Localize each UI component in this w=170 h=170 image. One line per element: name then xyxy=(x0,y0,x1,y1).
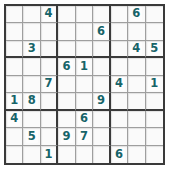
cell-r8c1[interactable] xyxy=(6,128,23,145)
cell-r4c8[interactable] xyxy=(128,58,145,75)
cell-r6c8[interactable] xyxy=(128,93,145,110)
cell-r2c9[interactable] xyxy=(146,23,163,40)
cell-r5c4[interactable] xyxy=(58,76,75,93)
given-digit: 4 xyxy=(8,112,20,126)
cell-r3c8[interactable]: 4 xyxy=(128,41,145,58)
cell-r8c7[interactable] xyxy=(111,128,128,145)
cell-r7c6[interactable] xyxy=(93,111,110,128)
given-digit: 4 xyxy=(130,42,142,56)
cell-r8c2[interactable]: 5 xyxy=(23,128,40,145)
cell-r1c3[interactable]: 4 xyxy=(41,6,58,23)
cell-r1c6[interactable] xyxy=(93,6,110,23)
cell-r3c3[interactable] xyxy=(41,41,58,58)
cell-r7c3[interactable] xyxy=(41,111,58,128)
cell-r7c2[interactable] xyxy=(23,111,40,128)
cell-r6c4[interactable] xyxy=(58,93,75,110)
given-digit: 1 xyxy=(8,94,20,108)
cell-r4c4[interactable]: 6 xyxy=(58,58,75,75)
cell-r4c9[interactable] xyxy=(146,58,163,75)
cell-r4c6[interactable] xyxy=(93,58,110,75)
cell-r3c5[interactable] xyxy=(76,41,93,58)
cell-r1c5[interactable] xyxy=(76,6,93,23)
cell-r8c8[interactable] xyxy=(128,128,145,145)
cell-r8c9[interactable] xyxy=(146,128,163,145)
given-digit: 9 xyxy=(61,130,73,144)
cell-r5c7[interactable]: 4 xyxy=(111,76,128,93)
given-digit: 4 xyxy=(113,77,125,91)
cell-r8c3[interactable] xyxy=(41,128,58,145)
given-digit: 5 xyxy=(26,130,38,144)
given-digit: 5 xyxy=(148,42,160,56)
cell-r9c8[interactable] xyxy=(128,146,145,163)
given-digit: 9 xyxy=(95,94,107,108)
cell-r2c3[interactable] xyxy=(41,23,58,40)
cell-r9c6[interactable] xyxy=(93,146,110,163)
given-digit: 7 xyxy=(43,77,55,91)
given-digit: 3 xyxy=(26,42,38,56)
cell-r6c9[interactable] xyxy=(146,93,163,110)
cell-r5c9[interactable]: 1 xyxy=(146,76,163,93)
cell-r4c7[interactable] xyxy=(111,58,128,75)
cell-r9c1[interactable] xyxy=(6,146,23,163)
cell-r2c1[interactable] xyxy=(6,23,23,40)
cell-r7c7[interactable] xyxy=(111,111,128,128)
cell-r7c8[interactable] xyxy=(128,111,145,128)
cell-r5c6[interactable] xyxy=(93,76,110,93)
given-digit: 4 xyxy=(43,7,55,21)
cell-r3c9[interactable]: 5 xyxy=(146,41,163,58)
cell-r4c1[interactable] xyxy=(6,58,23,75)
cell-r9c3[interactable]: 1 xyxy=(41,146,58,163)
sudoku-board: 466345617411894659716 xyxy=(4,4,165,165)
cell-r5c3[interactable]: 7 xyxy=(41,76,58,93)
cell-r6c1[interactable]: 1 xyxy=(6,93,23,110)
given-digit: 1 xyxy=(148,77,160,91)
given-digit: 6 xyxy=(130,7,142,21)
cell-r2c2[interactable] xyxy=(23,23,40,40)
cell-r2c5[interactable] xyxy=(76,23,93,40)
cell-r9c7[interactable]: 6 xyxy=(111,146,128,163)
cell-r9c4[interactable] xyxy=(58,146,75,163)
cell-r7c5[interactable]: 6 xyxy=(76,111,93,128)
cell-r2c7[interactable] xyxy=(111,23,128,40)
cell-r2c6[interactable]: 6 xyxy=(93,23,110,40)
cell-r9c9[interactable] xyxy=(146,146,163,163)
cell-r3c4[interactable] xyxy=(58,41,75,58)
cell-r5c1[interactable] xyxy=(6,76,23,93)
cell-r6c7[interactable] xyxy=(111,93,128,110)
given-digit: 8 xyxy=(26,94,38,108)
cell-r4c5[interactable]: 1 xyxy=(76,58,93,75)
cell-r2c4[interactable] xyxy=(58,23,75,40)
cell-r4c2[interactable] xyxy=(23,58,40,75)
given-digit: 6 xyxy=(78,112,90,126)
cell-r6c6[interactable]: 9 xyxy=(93,93,110,110)
given-digit: 7 xyxy=(78,130,90,144)
given-digit: 6 xyxy=(61,60,73,74)
cell-r1c7[interactable] xyxy=(111,6,128,23)
cell-r1c4[interactable] xyxy=(58,6,75,23)
cell-r7c1[interactable]: 4 xyxy=(6,111,23,128)
cell-r3c1[interactable] xyxy=(6,41,23,58)
cell-r8c4[interactable]: 9 xyxy=(58,128,75,145)
cell-r7c9[interactable] xyxy=(146,111,163,128)
given-digit: 6 xyxy=(113,148,125,162)
cell-r4c3[interactable] xyxy=(41,58,58,75)
cell-r3c7[interactable] xyxy=(111,41,128,58)
cell-r8c6[interactable] xyxy=(93,128,110,145)
cell-r1c2[interactable] xyxy=(23,6,40,23)
given-digit: 1 xyxy=(78,60,90,74)
cell-r5c2[interactable] xyxy=(23,76,40,93)
cell-r3c2[interactable]: 3 xyxy=(23,41,40,58)
cell-r9c2[interactable] xyxy=(23,146,40,163)
cell-r6c2[interactable]: 8 xyxy=(23,93,40,110)
cell-r1c9[interactable] xyxy=(146,6,163,23)
cell-r5c5[interactable] xyxy=(76,76,93,93)
cell-r6c5[interactable] xyxy=(76,93,93,110)
cell-r2c8[interactable] xyxy=(128,23,145,40)
cell-r6c3[interactable] xyxy=(41,93,58,110)
given-digit: 1 xyxy=(43,148,55,162)
cell-r1c1[interactable] xyxy=(6,6,23,23)
cell-r7c4[interactable] xyxy=(58,111,75,128)
cell-r9c5[interactable] xyxy=(76,146,93,163)
cell-r1c8[interactable]: 6 xyxy=(128,6,145,23)
cell-r8c5[interactable]: 7 xyxy=(76,128,93,145)
cell-r3c6[interactable] xyxy=(93,41,110,58)
cell-r5c8[interactable] xyxy=(128,76,145,93)
given-digit: 6 xyxy=(95,25,107,39)
